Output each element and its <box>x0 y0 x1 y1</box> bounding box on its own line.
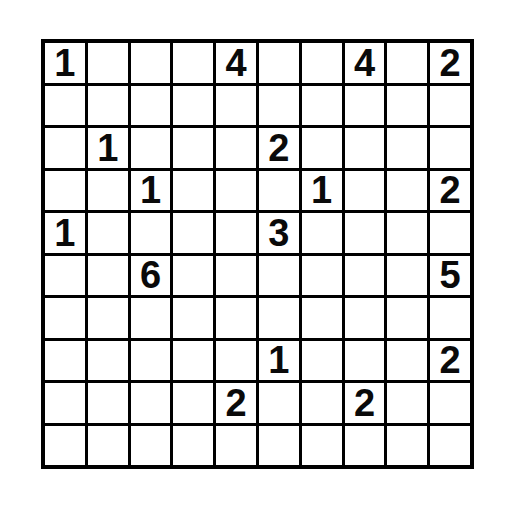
grid-cell-empty[interactable] <box>259 171 299 211</box>
grid-cell-empty[interactable] <box>387 256 427 296</box>
grid-cell-clue: 5 <box>430 256 470 296</box>
grid-cell-empty[interactable] <box>302 43 342 83</box>
grid-cell-empty[interactable] <box>259 426 299 466</box>
grid-cell-clue: 1 <box>259 341 299 381</box>
grid-cell-clue: 1 <box>88 128 128 168</box>
grid-cell-clue: 2 <box>345 383 385 423</box>
grid-cell-empty[interactable] <box>216 298 256 338</box>
grid-cell-empty[interactable] <box>387 43 427 83</box>
grid-cell-empty[interactable] <box>302 213 342 253</box>
grid-cell-empty[interactable] <box>430 383 470 423</box>
grid-cell-empty[interactable] <box>259 43 299 83</box>
grid-cell-empty[interactable] <box>173 171 213 211</box>
grid-cell-empty[interactable] <box>131 86 171 126</box>
grid-cell-clue: 1 <box>302 171 342 211</box>
grid-cell-empty[interactable] <box>430 128 470 168</box>
grid-cell-clue: 3 <box>259 213 299 253</box>
grid-cell-empty[interactable] <box>216 171 256 211</box>
grid-cell-empty[interactable] <box>387 298 427 338</box>
grid-cell-empty[interactable] <box>131 341 171 381</box>
grid-cell-empty[interactable] <box>345 256 385 296</box>
grid-cell-empty[interactable] <box>302 298 342 338</box>
grid-cell-empty[interactable] <box>302 86 342 126</box>
grid-cell-empty[interactable] <box>302 128 342 168</box>
grid-cell-empty[interactable] <box>302 341 342 381</box>
grid-cell-empty[interactable] <box>131 426 171 466</box>
grid-cell-empty[interactable] <box>345 171 385 211</box>
grid-cell-empty[interactable] <box>173 213 213 253</box>
grid-cell-empty[interactable] <box>45 341 85 381</box>
grid-cell-empty[interactable] <box>259 298 299 338</box>
grid-cell-empty[interactable] <box>45 128 85 168</box>
grid-cell-empty[interactable] <box>45 426 85 466</box>
grid-cell-empty[interactable] <box>131 43 171 83</box>
grid-cell-empty[interactable] <box>430 86 470 126</box>
grid-cell-empty[interactable] <box>302 256 342 296</box>
grid-cell-clue: 4 <box>345 43 385 83</box>
grid-cell-empty[interactable] <box>387 171 427 211</box>
grid-cell-empty[interactable] <box>387 213 427 253</box>
grid-cell-empty[interactable] <box>173 426 213 466</box>
grid-cell-empty[interactable] <box>173 86 213 126</box>
grid-cell-empty[interactable] <box>430 213 470 253</box>
grid-cell-empty[interactable] <box>45 171 85 211</box>
grid-cell-empty[interactable] <box>216 341 256 381</box>
grid-cell-empty[interactable] <box>88 86 128 126</box>
grid-cell-empty[interactable] <box>88 213 128 253</box>
grid-cell-clue: 1 <box>131 171 171 211</box>
grid-cell-empty[interactable] <box>45 298 85 338</box>
grid-cell-empty[interactable] <box>88 383 128 423</box>
grid-cell-empty[interactable] <box>345 426 385 466</box>
grid-cell-empty[interactable] <box>387 383 427 423</box>
grid-cell-empty[interactable] <box>173 298 213 338</box>
grid-cell-empty[interactable] <box>387 426 427 466</box>
grid-cell-empty[interactable] <box>45 383 85 423</box>
grid-cell-empty[interactable] <box>216 128 256 168</box>
grid-cell-empty[interactable] <box>173 256 213 296</box>
grid-cell-empty[interactable] <box>387 86 427 126</box>
grid-cell-empty[interactable] <box>131 128 171 168</box>
grid-cell-empty[interactable] <box>259 383 299 423</box>
grid-cell-empty[interactable] <box>387 128 427 168</box>
grid-cell-empty[interactable] <box>302 426 342 466</box>
grid-cell-empty[interactable] <box>216 213 256 253</box>
grid-cell-empty[interactable] <box>88 43 128 83</box>
grid-cell-empty[interactable] <box>173 341 213 381</box>
grid-cell-empty[interactable] <box>345 213 385 253</box>
grid-cell-clue: 4 <box>216 43 256 83</box>
grid-cell-clue: 6 <box>131 256 171 296</box>
grid-cell-empty[interactable] <box>302 383 342 423</box>
grid-cell-empty[interactable] <box>259 86 299 126</box>
grid-cell-empty[interactable] <box>430 426 470 466</box>
grid-cell-empty[interactable] <box>430 298 470 338</box>
grid-cell-empty[interactable] <box>173 128 213 168</box>
grid-cell-clue: 1 <box>45 213 85 253</box>
grid-cell-empty[interactable] <box>173 43 213 83</box>
grid-cell-empty[interactable] <box>131 298 171 338</box>
grid-cell-clue: 2 <box>430 171 470 211</box>
grid-cell-clue: 2 <box>259 128 299 168</box>
grid-cell-empty[interactable] <box>345 128 385 168</box>
grid-cell-empty[interactable] <box>345 341 385 381</box>
grid-cell-clue: 2 <box>216 383 256 423</box>
grid-cell-empty[interactable] <box>216 86 256 126</box>
grid-cell-empty[interactable] <box>345 86 385 126</box>
grid-cell-empty[interactable] <box>131 213 171 253</box>
puzzle-grid: 14421211213651222 <box>41 39 474 469</box>
grid-cell-clue: 2 <box>430 341 470 381</box>
grid-cell-empty[interactable] <box>216 426 256 466</box>
grid-cell-empty[interactable] <box>131 383 171 423</box>
grid-cell-empty[interactable] <box>88 256 128 296</box>
grid-cell-empty[interactable] <box>88 426 128 466</box>
grid-cell-empty[interactable] <box>216 256 256 296</box>
grid-cell-empty[interactable] <box>88 171 128 211</box>
grid-cell-clue: 2 <box>430 43 470 83</box>
grid-cell-empty[interactable] <box>387 341 427 381</box>
grid-cell-empty[interactable] <box>45 256 85 296</box>
grid-cell-empty[interactable] <box>173 383 213 423</box>
grid-cell-empty[interactable] <box>45 86 85 126</box>
grid-cell-empty[interactable] <box>88 298 128 338</box>
grid-cell-clue: 1 <box>45 43 85 83</box>
grid-cell-empty[interactable] <box>345 298 385 338</box>
grid-cell-empty[interactable] <box>259 256 299 296</box>
grid-cell-empty[interactable] <box>88 341 128 381</box>
